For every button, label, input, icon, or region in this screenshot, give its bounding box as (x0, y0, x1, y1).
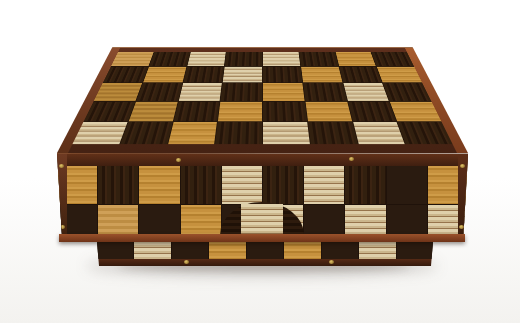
lid-left-corner-strip (57, 154, 67, 235)
square-top-r4c7 (348, 102, 397, 122)
square-lidfront2-r1c9 (387, 205, 427, 236)
brass-pin (349, 157, 354, 161)
top-checkerboard (72, 52, 452, 144)
square-top-r1c6 (299, 52, 338, 66)
square-top-r1c4 (225, 52, 262, 66)
square-top-r1c5 (263, 52, 300, 66)
square-top-r1c1 (111, 52, 154, 66)
square-top-r3c8 (383, 83, 431, 101)
square-base-r1c1 (97, 242, 133, 259)
square-top-r4c3 (173, 102, 219, 122)
square-lidfront1-r1c3 (139, 166, 179, 204)
square-top-r5c3 (168, 122, 217, 144)
box-lid-front (57, 153, 468, 235)
lid-front-row-1 (57, 166, 468, 204)
square-top-r5c4 (215, 122, 262, 144)
square-top-r3c7 (343, 83, 389, 101)
pull-center-square (241, 204, 283, 235)
square-lidfront1-r1c9 (387, 166, 427, 204)
square-top-r2c6 (301, 67, 342, 83)
square-top-r4c8 (390, 102, 441, 122)
square-lidfront2-r1c8 (345, 205, 385, 236)
square-top-r3c5 (263, 83, 304, 101)
square-base-r1c7 (322, 242, 358, 259)
square-lidfront2-r1c2 (98, 205, 138, 236)
square-lidfront1-r1c4 (181, 166, 221, 204)
square-base-r1c9 (397, 242, 433, 259)
square-top-r5c1 (72, 122, 127, 144)
square-top-r2c1 (103, 67, 148, 83)
square-lidfront2-r1c7 (304, 205, 344, 236)
square-top-r4c6 (305, 102, 351, 122)
square-top-r2c5 (263, 67, 302, 83)
lid-right-corner-strip (458, 154, 468, 235)
square-top-r4c2 (129, 102, 178, 122)
square-top-r2c8 (377, 67, 422, 83)
square-top-r5c6 (308, 122, 357, 144)
square-top-r3c2 (136, 83, 182, 101)
square-base-r1c8 (359, 242, 395, 259)
square-top-r1c8 (371, 52, 414, 66)
square-top-r2c3 (183, 67, 224, 83)
square-base-r1c4 (209, 242, 245, 259)
square-lidfront1-r1c5 (222, 166, 262, 204)
square-base-r1c6 (284, 242, 320, 259)
square-top-r4c1 (84, 102, 135, 122)
square-lidfront2-r1c4 (181, 205, 221, 236)
base-bottom-band (97, 259, 433, 266)
square-top-r5c7 (353, 122, 405, 144)
square-base-r1c3 (172, 242, 208, 259)
brass-pin (184, 260, 189, 264)
brass-pin (59, 164, 64, 168)
square-lidfront1-r1c6 (263, 166, 303, 204)
square-top-r5c5 (263, 122, 310, 144)
lid-front-top-band (57, 154, 468, 166)
square-top-r5c8 (398, 122, 453, 144)
square-top-r3c6 (303, 83, 347, 101)
brass-pin (329, 260, 334, 264)
box-base-front (97, 242, 433, 266)
square-top-r1c3 (187, 52, 226, 66)
square-top-r2c2 (143, 67, 186, 83)
square-top-r2c4 (223, 67, 262, 83)
square-lidfront1-r1c8 (345, 166, 385, 204)
brass-pin (176, 158, 181, 162)
brass-pin (460, 164, 465, 168)
square-base-r1c5 (247, 242, 283, 259)
square-top-r2c7 (339, 67, 382, 83)
box-lid-top (57, 47, 468, 153)
base-front-row (97, 242, 433, 259)
square-lidfront1-r1c7 (304, 166, 344, 204)
square-lidfront1-r1c2 (98, 166, 138, 204)
square-top-r3c1 (94, 83, 142, 101)
square-top-r4c5 (263, 102, 307, 122)
square-top-r3c4 (221, 83, 262, 101)
square-top-r5c2 (120, 122, 172, 144)
lid-base-seam (59, 234, 465, 242)
square-top-r1c7 (335, 52, 376, 66)
photo-scene (0, 0, 520, 323)
square-top-r4c4 (218, 102, 262, 122)
brass-pin (459, 225, 464, 229)
brass-pin (60, 225, 65, 229)
square-base-r1c2 (134, 242, 170, 259)
square-top-r1c2 (149, 52, 190, 66)
square-top-r3c3 (178, 83, 222, 101)
square-lidfront2-r1c3 (139, 205, 179, 236)
